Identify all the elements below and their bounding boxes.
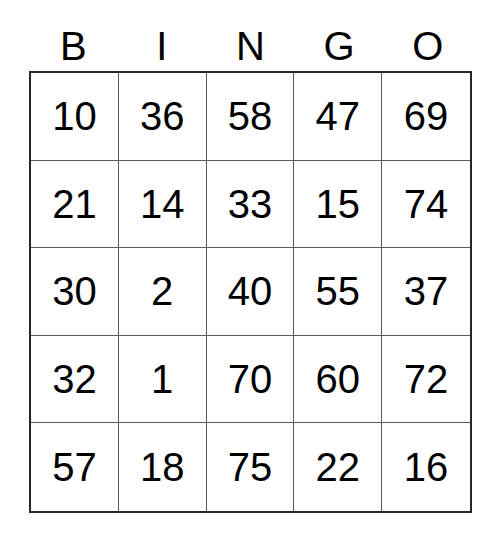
cell-r4-i[interactable]: 1 <box>119 336 207 424</box>
cell-r5-o[interactable]: 16 <box>382 423 470 511</box>
cell-r5-b[interactable]: 57 <box>31 423 119 511</box>
bingo-card: B I N G O 10 36 58 47 69 21 14 33 15 74 … <box>29 0 472 513</box>
cell-r3-g[interactable]: 55 <box>294 248 382 336</box>
cell-r1-g[interactable]: 47 <box>294 73 382 161</box>
bingo-header-row: B I N G O <box>29 0 472 71</box>
header-letter-i: I <box>118 0 207 71</box>
bingo-grid: 10 36 58 47 69 21 14 33 15 74 30 2 40 55… <box>29 71 472 513</box>
cell-r1-o[interactable]: 69 <box>382 73 470 161</box>
cell-r3-o[interactable]: 37 <box>382 248 470 336</box>
cell-r2-i[interactable]: 14 <box>119 161 207 249</box>
cell-r5-g[interactable]: 22 <box>294 423 382 511</box>
cell-r4-g[interactable]: 60 <box>294 336 382 424</box>
cell-r4-n[interactable]: 70 <box>207 336 295 424</box>
header-letter-n: N <box>206 0 295 71</box>
cell-r2-n[interactable]: 33 <box>207 161 295 249</box>
cell-r1-b[interactable]: 10 <box>31 73 119 161</box>
header-letter-b: B <box>29 0 118 71</box>
header-letter-g: G <box>295 0 384 71</box>
bingo-card-page: { "game": "bingo", "position": { "notati… <box>0 0 500 544</box>
cell-r5-n[interactable]: 75 <box>207 423 295 511</box>
cell-r3-i[interactable]: 2 <box>119 248 207 336</box>
cell-r2-g[interactable]: 15 <box>294 161 382 249</box>
cell-r2-b[interactable]: 21 <box>31 161 119 249</box>
cell-r1-n[interactable]: 58 <box>207 73 295 161</box>
header-letter-o: O <box>383 0 472 71</box>
cell-r4-b[interactable]: 32 <box>31 336 119 424</box>
cell-r2-o[interactable]: 74 <box>382 161 470 249</box>
cell-r5-i[interactable]: 18 <box>119 423 207 511</box>
cell-r3-b[interactable]: 30 <box>31 248 119 336</box>
cell-r4-o[interactable]: 72 <box>382 336 470 424</box>
cell-r3-n[interactable]: 40 <box>207 248 295 336</box>
cell-r1-i[interactable]: 36 <box>119 73 207 161</box>
